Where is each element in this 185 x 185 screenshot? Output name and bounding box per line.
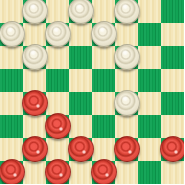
square-r5c2[interactable] bbox=[46, 115, 69, 138]
square-r5c7 bbox=[161, 115, 184, 138]
square-r5c4[interactable] bbox=[92, 115, 115, 138]
square-r3c7 bbox=[161, 69, 184, 92]
square-r6c4 bbox=[92, 138, 115, 161]
square-r5c6[interactable] bbox=[138, 115, 161, 138]
square-r4c1[interactable] bbox=[23, 92, 46, 115]
square-r1c2[interactable] bbox=[46, 23, 69, 46]
red-piece[interactable] bbox=[45, 113, 71, 139]
square-r2c1[interactable] bbox=[23, 46, 46, 69]
red-piece[interactable] bbox=[0, 159, 25, 185]
square-r2c2 bbox=[46, 46, 69, 69]
square-r7c5 bbox=[115, 161, 138, 184]
square-r7c7 bbox=[161, 161, 184, 184]
square-r6c1[interactable] bbox=[23, 138, 46, 161]
square-r6c0 bbox=[0, 138, 23, 161]
square-r4c2 bbox=[46, 92, 69, 115]
square-r5c0[interactable] bbox=[0, 115, 23, 138]
red-piece[interactable] bbox=[91, 159, 117, 185]
square-r5c3 bbox=[69, 115, 92, 138]
square-r7c0[interactable] bbox=[0, 161, 23, 184]
red-piece[interactable] bbox=[22, 136, 48, 162]
square-r1c1 bbox=[23, 23, 46, 46]
square-r6c2 bbox=[46, 138, 69, 161]
square-r4c6 bbox=[138, 92, 161, 115]
red-piece[interactable] bbox=[160, 136, 185, 162]
square-r4c7[interactable] bbox=[161, 92, 184, 115]
square-r4c0 bbox=[0, 92, 23, 115]
square-r6c6 bbox=[138, 138, 161, 161]
square-r3c2[interactable] bbox=[46, 69, 69, 92]
square-r2c4 bbox=[92, 46, 115, 69]
square-r0c2 bbox=[46, 0, 69, 23]
square-r5c1 bbox=[23, 115, 46, 138]
square-r6c5[interactable] bbox=[115, 138, 138, 161]
square-r2c0 bbox=[0, 46, 23, 69]
square-r3c3 bbox=[69, 69, 92, 92]
square-r1c6[interactable] bbox=[138, 23, 161, 46]
white-piece[interactable] bbox=[45, 21, 71, 47]
square-r3c0[interactable] bbox=[0, 69, 23, 92]
square-r1c3 bbox=[69, 23, 92, 46]
square-r4c4 bbox=[92, 92, 115, 115]
square-r0c4 bbox=[92, 0, 115, 23]
square-r4c3[interactable] bbox=[69, 92, 92, 115]
square-r4c5[interactable] bbox=[115, 92, 138, 115]
square-r3c6[interactable] bbox=[138, 69, 161, 92]
square-r3c1 bbox=[23, 69, 46, 92]
white-piece[interactable] bbox=[22, 0, 48, 24]
square-r0c6 bbox=[138, 0, 161, 23]
square-r6c3[interactable] bbox=[69, 138, 92, 161]
square-r6c7[interactable] bbox=[161, 138, 184, 161]
square-r7c3 bbox=[69, 161, 92, 184]
white-piece[interactable] bbox=[91, 21, 117, 47]
square-r2c5[interactable] bbox=[115, 46, 138, 69]
red-piece[interactable] bbox=[114, 136, 140, 162]
red-piece[interactable] bbox=[45, 159, 71, 185]
white-piece[interactable] bbox=[68, 0, 94, 24]
white-piece[interactable] bbox=[114, 90, 140, 116]
square-r2c7[interactable] bbox=[161, 46, 184, 69]
square-r0c7[interactable] bbox=[161, 0, 184, 23]
square-r1c4[interactable] bbox=[92, 23, 115, 46]
square-r7c1 bbox=[23, 161, 46, 184]
square-r1c0[interactable] bbox=[0, 23, 23, 46]
red-piece[interactable] bbox=[22, 90, 48, 116]
white-piece[interactable] bbox=[0, 21, 25, 47]
square-r2c6 bbox=[138, 46, 161, 69]
square-r7c4[interactable] bbox=[92, 161, 115, 184]
square-r2c3[interactable] bbox=[69, 46, 92, 69]
white-piece[interactable] bbox=[22, 44, 48, 70]
white-piece[interactable] bbox=[114, 0, 140, 24]
white-piece[interactable] bbox=[114, 44, 140, 70]
checkers-board bbox=[0, 0, 184, 184]
square-r0c1[interactable] bbox=[23, 0, 46, 23]
square-r3c4[interactable] bbox=[92, 69, 115, 92]
square-r1c7 bbox=[161, 23, 184, 46]
square-r0c3[interactable] bbox=[69, 0, 92, 23]
square-r7c2[interactable] bbox=[46, 161, 69, 184]
red-piece[interactable] bbox=[68, 136, 94, 162]
square-r1c5 bbox=[115, 23, 138, 46]
square-r0c5[interactable] bbox=[115, 0, 138, 23]
square-r0c0 bbox=[0, 0, 23, 23]
square-r3c5 bbox=[115, 69, 138, 92]
square-r7c6[interactable] bbox=[138, 161, 161, 184]
square-r5c5 bbox=[115, 115, 138, 138]
